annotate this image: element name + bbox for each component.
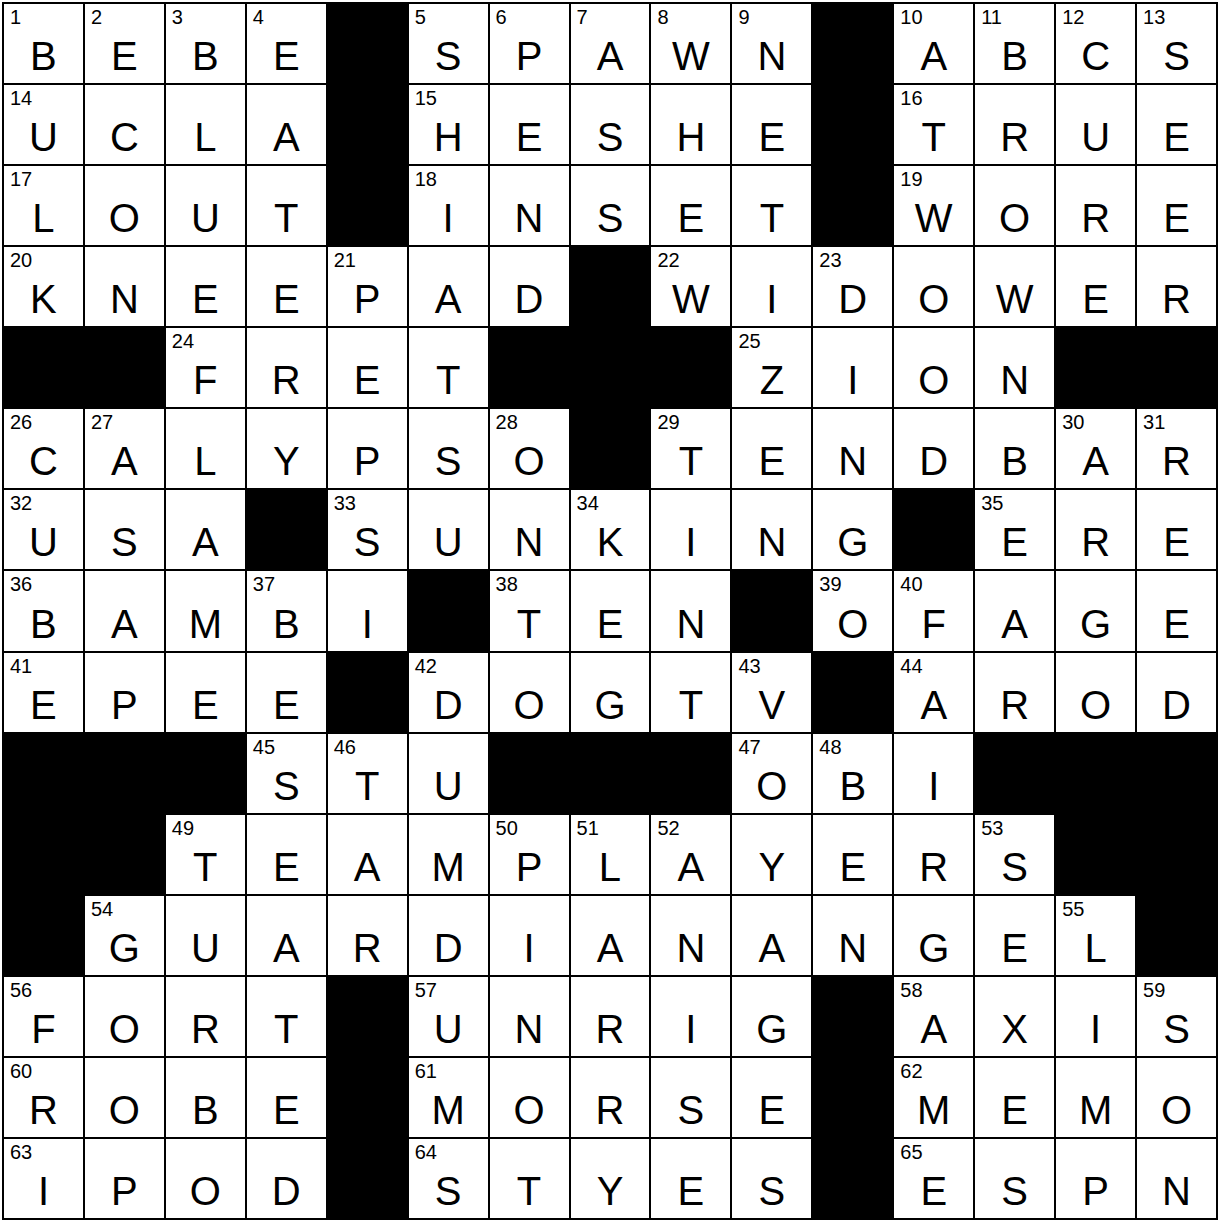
grid-cell[interactable]: 43V [732, 653, 811, 732]
grid-cell[interactable]: D [247, 1139, 326, 1218]
clue-number: 16 [900, 88, 922, 108]
cell-letter: D [247, 1171, 326, 1211]
grid-cell[interactable]: R [894, 815, 973, 894]
grid-cell[interactable]: 6P [490, 4, 569, 83]
cell-letter: T [651, 685, 730, 725]
grid-cell[interactable]: T [247, 166, 326, 245]
grid-cell[interactable]: E [651, 1139, 730, 1218]
cell-letter: E [732, 441, 811, 481]
grid-cell[interactable]: E [166, 653, 245, 732]
grid-cell[interactable]: 63I [4, 1139, 83, 1218]
grid-cell[interactable]: R [571, 1058, 650, 1137]
cell-letter: M [409, 847, 488, 887]
grid-cell[interactable]: 61M [409, 1058, 488, 1137]
grid-cell[interactable]: 26C [4, 409, 83, 488]
grid-cell[interactable]: O [894, 328, 973, 407]
cell-letter: K [4, 279, 83, 319]
grid-cell[interactable]: R [1137, 247, 1216, 326]
grid-cell[interactable]: T [732, 166, 811, 245]
grid-cell[interactable]: A [732, 896, 811, 975]
grid-cell[interactable]: I [328, 571, 407, 650]
grid-cell[interactable]: O [490, 1058, 569, 1137]
grid-cell[interactable]: R [247, 328, 326, 407]
grid-cell[interactable]: D [490, 247, 569, 326]
cell-letter: B [166, 36, 245, 76]
grid-cell[interactable]: A [247, 85, 326, 164]
grid-cell[interactable]: 33S [328, 490, 407, 569]
cell-letter: N [1137, 1171, 1216, 1211]
grid-cell[interactable]: 52A [651, 815, 730, 894]
grid-cell[interactable]: U [1056, 85, 1135, 164]
cell-letter: A [1056, 441, 1135, 481]
cell-letter: I [328, 604, 407, 644]
grid-cell[interactable]: E [732, 1058, 811, 1137]
grid-cell[interactable]: I [1056, 977, 1135, 1056]
grid-cell[interactable]: 8W [651, 4, 730, 83]
grid-cell[interactable]: N [1137, 1139, 1216, 1218]
grid-cell[interactable]: 55L [1056, 896, 1135, 975]
cell-letter: O [85, 1090, 164, 1130]
grid-cell[interactable]: R [975, 85, 1054, 164]
cell-letter: R [1056, 198, 1135, 238]
grid-cell[interactable]: S [651, 1058, 730, 1137]
clue-number: 39 [819, 574, 841, 594]
grid-cell[interactable]: 53S [975, 815, 1054, 894]
grid-cell[interactable]: E [651, 166, 730, 245]
cell-letter: B [4, 36, 83, 76]
cell-letter: E [247, 279, 326, 319]
grid-cell[interactable]: N [85, 247, 164, 326]
grid-cell[interactable]: H [651, 85, 730, 164]
grid-cell[interactable]: R [166, 977, 245, 1056]
block-cell [813, 653, 892, 732]
grid-cell[interactable]: A [975, 571, 1054, 650]
clue-number: 60 [10, 1061, 32, 1081]
clue-number: 18 [415, 169, 437, 189]
grid-cell[interactable]: B [975, 409, 1054, 488]
grid-cell[interactable]: 19W [894, 166, 973, 245]
cell-letter: Y [571, 1171, 650, 1211]
grid-cell[interactable]: R [1056, 166, 1135, 245]
clue-number: 58 [900, 980, 922, 1000]
grid-cell[interactable]: N [732, 490, 811, 569]
clue-number: 37 [253, 574, 275, 594]
block-cell [4, 815, 83, 894]
grid-cell[interactable]: G [813, 490, 892, 569]
grid-cell[interactable]: 11B [975, 4, 1054, 83]
grid-cell[interactable]: E [166, 247, 245, 326]
cell-letter: I [732, 279, 811, 319]
crossword-grid: 1B2E3B4E5S6P7A8W9N10A11B12C13S14UCLA15HE… [2, 2, 1218, 1220]
cell-letter: W [894, 198, 973, 238]
grid-cell[interactable]: O [85, 1058, 164, 1137]
grid-cell[interactable]: 37B [247, 571, 326, 650]
grid-cell[interactable]: E [813, 815, 892, 894]
clue-number: 5 [415, 7, 426, 27]
grid-cell[interactable]: Y [732, 815, 811, 894]
grid-cell[interactable]: 57U [409, 977, 488, 1056]
block-cell [732, 571, 811, 650]
grid-cell[interactable]: 13S [1137, 4, 1216, 83]
grid-cell[interactable]: D [894, 409, 973, 488]
grid-cell[interactable]: B [166, 1058, 245, 1137]
grid-cell[interactable]: 45S [247, 734, 326, 813]
grid-cell[interactable]: 29T [651, 409, 730, 488]
clue-number: 34 [577, 493, 599, 513]
cell-letter: O [894, 360, 973, 400]
grid-cell[interactable]: 39O [813, 571, 892, 650]
cell-letter: F [894, 604, 973, 644]
cell-letter: E [1137, 198, 1216, 238]
grid-cell[interactable]: 27A [85, 409, 164, 488]
cell-letter: E [166, 685, 245, 725]
cell-letter: U [409, 522, 488, 562]
cell-letter: T [490, 1171, 569, 1211]
grid-cell[interactable]: 31R [1137, 409, 1216, 488]
grid-cell[interactable]: 60R [4, 1058, 83, 1137]
grid-cell[interactable]: 62M [894, 1058, 973, 1137]
grid-cell[interactable]: 44A [894, 653, 973, 732]
grid-cell[interactable]: P [85, 653, 164, 732]
cell-letter: D [409, 928, 488, 968]
grid-cell[interactable]: 36B [4, 571, 83, 650]
cell-letter: B [247, 604, 326, 644]
clue-number: 53 [981, 818, 1003, 838]
grid-cell[interactable]: N [490, 166, 569, 245]
clue-number: 47 [738, 737, 760, 757]
grid-cell[interactable]: S [975, 1139, 1054, 1218]
block-cell [328, 977, 407, 1056]
cell-letter: W [651, 279, 730, 319]
cell-letter: T [409, 360, 488, 400]
grid-cell[interactable]: W [975, 247, 1054, 326]
grid-cell[interactable]: N [651, 896, 730, 975]
cell-letter: B [4, 604, 83, 644]
block-cell [4, 734, 83, 813]
cell-letter: T [247, 1009, 326, 1049]
grid-cell[interactable]: 32U [4, 490, 83, 569]
grid-cell[interactable]: M [166, 571, 245, 650]
grid-cell[interactable]: 17L [4, 166, 83, 245]
grid-cell[interactable]: G [1056, 571, 1135, 650]
grid-cell[interactable]: 16T [894, 85, 973, 164]
grid-cell[interactable]: A [166, 490, 245, 569]
block-cell [894, 490, 973, 569]
clue-number: 23 [819, 250, 841, 270]
grid-cell[interactable]: 7A [571, 4, 650, 83]
cell-letter: E [975, 928, 1054, 968]
cell-letter: E [651, 198, 730, 238]
grid-cell[interactable]: 48B [813, 734, 892, 813]
block-cell [571, 409, 650, 488]
cell-letter: E [490, 117, 569, 157]
grid-cell[interactable]: 41E [4, 653, 83, 732]
grid-cell[interactable]: N [490, 977, 569, 1056]
grid-cell[interactable]: 56F [4, 977, 83, 1056]
clue-number: 44 [900, 656, 922, 676]
grid-cell[interactable]: O [85, 977, 164, 1056]
grid-cell[interactable]: 50P [490, 815, 569, 894]
cell-letter: S [409, 441, 488, 481]
cell-letter: I [409, 198, 488, 238]
cell-letter: T [490, 604, 569, 644]
grid-cell[interactable]: 23D [813, 247, 892, 326]
grid-cell[interactable]: 46T [328, 734, 407, 813]
cell-letter: E [894, 1171, 973, 1211]
block-cell [651, 734, 730, 813]
grid-cell[interactable]: G [894, 896, 973, 975]
grid-cell[interactable]: E [247, 653, 326, 732]
grid-cell[interactable]: E [1137, 85, 1216, 164]
cell-letter: Y [247, 441, 326, 481]
cell-letter: C [4, 441, 83, 481]
grid-cell[interactable]: 2E [85, 4, 164, 83]
grid-cell[interactable]: E [328, 328, 407, 407]
clue-number: 36 [10, 574, 32, 594]
grid-cell[interactable]: E [732, 409, 811, 488]
grid-cell[interactable]: Y [571, 1139, 650, 1218]
grid-cell[interactable]: 4E [247, 4, 326, 83]
cell-letter: B [166, 1090, 245, 1130]
grid-cell[interactable]: 12C [1056, 4, 1135, 83]
grid-cell[interactable]: 3B [166, 4, 245, 83]
grid-cell[interactable]: P [328, 409, 407, 488]
grid-cell[interactable]: 34K [571, 490, 650, 569]
grid-cell[interactable]: E [732, 85, 811, 164]
clue-number: 59 [1143, 980, 1165, 1000]
grid-cell[interactable]: 35E [975, 490, 1054, 569]
grid-cell[interactable]: 58A [894, 977, 973, 1056]
cell-letter: I [894, 766, 973, 806]
grid-cell[interactable]: T [409, 328, 488, 407]
grid-cell[interactable]: I [490, 896, 569, 975]
cell-letter: A [166, 522, 245, 562]
grid-cell[interactable]: E [1137, 490, 1216, 569]
cell-letter: E [247, 36, 326, 76]
grid-cell[interactable]: P [85, 1139, 164, 1218]
grid-cell[interactable]: P [1056, 1139, 1135, 1218]
cell-letter: P [328, 441, 407, 481]
grid-cell[interactable]: 65E [894, 1139, 973, 1218]
grid-cell[interactable]: U [166, 896, 245, 975]
cell-letter: P [1056, 1171, 1135, 1211]
grid-cell[interactable]: 21P [328, 247, 407, 326]
grid-cell[interactable]: A [85, 571, 164, 650]
cell-letter: A [571, 928, 650, 968]
cell-letter: O [975, 198, 1054, 238]
cell-letter: V [732, 685, 811, 725]
grid-cell[interactable]: 47O [732, 734, 811, 813]
grid-cell[interactable]: N [490, 490, 569, 569]
clue-number: 49 [172, 818, 194, 838]
cell-letter: P [490, 36, 569, 76]
block-cell [1137, 815, 1216, 894]
cell-letter: M [166, 604, 245, 644]
grid-cell[interactable]: 15H [409, 85, 488, 164]
grid-cell[interactable]: U [166, 166, 245, 245]
grid-cell[interactable]: I [651, 490, 730, 569]
grid-cell[interactable]: 25Z [732, 328, 811, 407]
grid-cell[interactable]: R [1056, 490, 1135, 569]
grid-cell[interactable]: M [409, 815, 488, 894]
grid-cell[interactable]: O [1056, 653, 1135, 732]
grid-cell[interactable]: S [571, 166, 650, 245]
grid-cell[interactable]: 28O [490, 409, 569, 488]
cell-letter: U [166, 198, 245, 238]
grid-cell[interactable]: S [409, 409, 488, 488]
cell-letter: Y [732, 847, 811, 887]
grid-cell[interactable]: 51L [571, 815, 650, 894]
clue-number: 9 [738, 7, 749, 27]
grid-cell[interactable]: I [894, 734, 973, 813]
grid-cell[interactable]: N [813, 409, 892, 488]
grid-cell[interactable]: 10A [894, 4, 973, 83]
grid-cell[interactable]: O [1137, 1058, 1216, 1137]
grid-cell[interactable]: N [813, 896, 892, 975]
grid-cell[interactable]: O [894, 247, 973, 326]
grid-cell[interactable]: 40F [894, 571, 973, 650]
grid-cell[interactable]: 24F [166, 328, 245, 407]
grid-cell[interactable]: U [409, 734, 488, 813]
grid-cell[interactable]: T [651, 653, 730, 732]
grid-cell[interactable]: 22W [651, 247, 730, 326]
grid-cell[interactable]: Y [247, 409, 326, 488]
block-cell [328, 653, 407, 732]
grid-cell[interactable]: R [571, 977, 650, 1056]
grid-cell[interactable]: X [975, 977, 1054, 1056]
grid-cell[interactable]: O [975, 166, 1054, 245]
clue-number: 65 [900, 1142, 922, 1162]
cell-letter: N [813, 928, 892, 968]
cell-letter: S [732, 1171, 811, 1211]
grid-cell[interactable]: E [247, 247, 326, 326]
cell-letter: N [490, 522, 569, 562]
grid-cell[interactable]: C [85, 85, 164, 164]
cell-letter: T [894, 117, 973, 157]
cell-letter: L [166, 117, 245, 157]
cell-letter: R [4, 1090, 83, 1130]
clue-number: 33 [334, 493, 356, 513]
grid-cell[interactable]: 14U [4, 85, 83, 164]
cell-letter: U [409, 1009, 488, 1049]
cell-letter: N [85, 279, 164, 319]
cell-letter: S [1137, 36, 1216, 76]
grid-cell[interactable]: I [732, 247, 811, 326]
grid-cell[interactable]: T [490, 1139, 569, 1218]
clue-number: 11 [981, 7, 1002, 27]
cell-letter: P [85, 1171, 164, 1211]
grid-cell[interactable]: O [166, 1139, 245, 1218]
clue-number: 35 [981, 493, 1003, 513]
grid-cell[interactable]: 59S [1137, 977, 1216, 1056]
grid-cell[interactable]: R [975, 653, 1054, 732]
grid-cell[interactable]: E [490, 85, 569, 164]
cell-letter: P [85, 685, 164, 725]
clue-number: 43 [738, 656, 760, 676]
grid-cell[interactable]: D [409, 896, 488, 975]
cell-letter: N [651, 604, 730, 644]
grid-cell[interactable]: O [85, 166, 164, 245]
block-cell [328, 166, 407, 245]
grid-cell[interactable]: N [975, 328, 1054, 407]
clue-number: 28 [496, 412, 518, 432]
grid-cell[interactable]: S [571, 85, 650, 164]
clue-number: 22 [657, 250, 679, 270]
cell-letter: U [409, 766, 488, 806]
grid-cell[interactable]: A [328, 815, 407, 894]
grid-cell[interactable]: G [571, 653, 650, 732]
cell-letter: M [894, 1090, 973, 1130]
cell-letter: T [651, 441, 730, 481]
grid-cell[interactable]: 20K [4, 247, 83, 326]
cell-letter: I [651, 522, 730, 562]
grid-cell[interactable]: E [1056, 247, 1135, 326]
clue-number: 45 [253, 737, 275, 757]
grid-cell[interactable]: 5S [409, 4, 488, 83]
grid-cell[interactable]: E [975, 896, 1054, 975]
block-cell [1056, 328, 1135, 407]
grid-cell[interactable]: 54G [85, 896, 164, 975]
cell-letter: S [975, 1171, 1054, 1211]
grid-cell[interactable]: 64S [409, 1139, 488, 1218]
grid-cell[interactable]: R [328, 896, 407, 975]
grid-cell[interactable]: 38T [490, 571, 569, 650]
grid-cell[interactable]: E [1137, 571, 1216, 650]
grid-cell[interactable]: A [571, 896, 650, 975]
grid-cell[interactable]: L [166, 409, 245, 488]
grid-cell[interactable]: A [247, 896, 326, 975]
grid-cell[interactable]: E [247, 1058, 326, 1137]
grid-cell[interactable]: S [85, 490, 164, 569]
grid-cell[interactable]: L [166, 85, 245, 164]
grid-cell[interactable]: 9N [732, 4, 811, 83]
clue-number: 21 [334, 250, 356, 270]
grid-cell[interactable]: T [247, 977, 326, 1056]
grid-cell[interactable]: D [1137, 653, 1216, 732]
grid-cell[interactable]: S [732, 1139, 811, 1218]
grid-cell[interactable]: U [409, 490, 488, 569]
grid-cell[interactable]: N [651, 571, 730, 650]
grid-cell[interactable]: A [409, 247, 488, 326]
grid-cell[interactable]: E [571, 571, 650, 650]
block-cell [4, 896, 83, 975]
block-cell [490, 328, 569, 407]
cell-letter: E [85, 36, 164, 76]
grid-cell[interactable]: E [975, 1058, 1054, 1137]
grid-cell[interactable]: E [247, 815, 326, 894]
grid-cell[interactable]: 18I [409, 166, 488, 245]
grid-cell[interactable]: 1B [4, 4, 83, 83]
clue-number: 61 [415, 1061, 437, 1081]
grid-cell[interactable]: 42D [409, 653, 488, 732]
grid-cell[interactable]: O [490, 653, 569, 732]
cell-letter: T [328, 766, 407, 806]
grid-cell[interactable]: G [732, 977, 811, 1056]
clue-number: 27 [91, 412, 113, 432]
grid-cell[interactable]: M [1056, 1058, 1135, 1137]
cell-letter: D [813, 279, 892, 319]
cell-letter: R [571, 1009, 650, 1049]
cell-letter: S [571, 198, 650, 238]
grid-cell[interactable]: 49T [166, 815, 245, 894]
grid-cell[interactable]: 30A [1056, 409, 1135, 488]
cell-letter: L [571, 847, 650, 887]
grid-cell[interactable]: I [813, 328, 892, 407]
clue-number: 50 [496, 818, 518, 838]
cell-letter: I [4, 1171, 83, 1211]
grid-cell[interactable]: I [651, 977, 730, 1056]
grid-cell[interactable]: E [1137, 166, 1216, 245]
